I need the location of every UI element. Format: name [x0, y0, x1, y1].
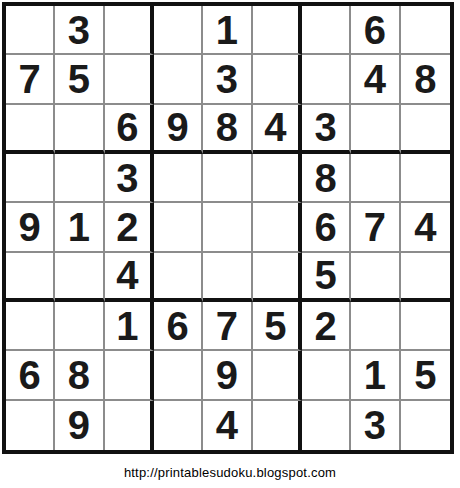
cell-r2c3-empty[interactable] — [105, 55, 154, 104]
cell-r5c5-empty[interactable] — [203, 203, 252, 252]
cell-r1c8-given-6[interactable]: 6 — [351, 6, 400, 55]
cell-r3c8-empty[interactable] — [351, 105, 400, 154]
cell-r9c8-given-3[interactable]: 3 — [351, 401, 400, 450]
cell-r9c9-empty[interactable] — [401, 401, 450, 450]
cell-r6c1-empty[interactable] — [6, 253, 55, 302]
cell-r7c5-given-7[interactable]: 7 — [203, 302, 252, 351]
cell-r9c7-empty[interactable] — [302, 401, 351, 450]
cell-r8c2-given-8[interactable]: 8 — [55, 351, 104, 400]
cell-r9c2-given-9[interactable]: 9 — [55, 401, 104, 450]
sudoku-page: 316753486984338912674451675268915943 htt… — [0, 0, 460, 488]
cell-r3c1-empty[interactable] — [6, 105, 55, 154]
cell-r5c3-given-2[interactable]: 2 — [105, 203, 154, 252]
cell-r8c7-empty[interactable] — [302, 351, 351, 400]
cell-r6c3-given-4[interactable]: 4 — [105, 253, 154, 302]
cell-r1c4-empty[interactable] — [154, 6, 203, 55]
cell-r1c1-empty[interactable] — [6, 6, 55, 55]
cell-r6c4-empty[interactable] — [154, 253, 203, 302]
cell-r3c3-given-6[interactable]: 6 — [105, 105, 154, 154]
cell-r1c9-empty[interactable] — [401, 6, 450, 55]
cell-r9c3-empty[interactable] — [105, 401, 154, 450]
cell-r7c8-empty[interactable] — [351, 302, 400, 351]
sudoku-board: 316753486984338912674451675268915943 — [2, 2, 454, 454]
cell-r8c4-empty[interactable] — [154, 351, 203, 400]
cell-r8c5-given-9[interactable]: 9 — [203, 351, 252, 400]
cell-r4c7-given-8[interactable]: 8 — [302, 154, 351, 203]
cell-r2c9-given-8[interactable]: 8 — [401, 55, 450, 104]
cell-r7c4-given-6[interactable]: 6 — [154, 302, 203, 351]
cell-r1c2-given-3[interactable]: 3 — [55, 6, 104, 55]
cell-r6c6-empty[interactable] — [253, 253, 302, 302]
cell-r5c4-empty[interactable] — [154, 203, 203, 252]
cell-r8c8-given-1[interactable]: 1 — [351, 351, 400, 400]
cell-r8c3-empty[interactable] — [105, 351, 154, 400]
cell-r7c1-empty[interactable] — [6, 302, 55, 351]
cell-r2c4-empty[interactable] — [154, 55, 203, 104]
cell-r3c9-empty[interactable] — [401, 105, 450, 154]
cell-r4c2-empty[interactable] — [55, 154, 104, 203]
cell-r2c5-given-3[interactable]: 3 — [203, 55, 252, 104]
cell-r1c7-empty[interactable] — [302, 6, 351, 55]
cell-r8c9-given-5[interactable]: 5 — [401, 351, 450, 400]
cell-r1c6-empty[interactable] — [253, 6, 302, 55]
cell-r6c2-empty[interactable] — [55, 253, 104, 302]
cell-r1c3-empty[interactable] — [105, 6, 154, 55]
cell-r3c2-empty[interactable] — [55, 105, 104, 154]
cell-r3c7-given-3[interactable]: 3 — [302, 105, 351, 154]
cell-r5c6-empty[interactable] — [253, 203, 302, 252]
cell-r9c1-empty[interactable] — [6, 401, 55, 450]
cell-r4c3-given-3[interactable]: 3 — [105, 154, 154, 203]
source-url[interactable]: http://printablesudoku.blogspot.com — [2, 465, 458, 480]
cell-r3c6-given-4[interactable]: 4 — [253, 105, 302, 154]
cell-r5c2-given-1[interactable]: 1 — [55, 203, 104, 252]
cell-r2c6-empty[interactable] — [253, 55, 302, 104]
cell-r4c6-empty[interactable] — [253, 154, 302, 203]
cell-r5c8-given-7[interactable]: 7 — [351, 203, 400, 252]
cell-r5c1-given-9[interactable]: 9 — [6, 203, 55, 252]
cell-r6c9-empty[interactable] — [401, 253, 450, 302]
cell-r4c4-empty[interactable] — [154, 154, 203, 203]
cell-r6c7-given-5[interactable]: 5 — [302, 253, 351, 302]
cell-r7c2-empty[interactable] — [55, 302, 104, 351]
cell-r4c1-empty[interactable] — [6, 154, 55, 203]
cell-r9c6-empty[interactable] — [253, 401, 302, 450]
cell-r1c5-given-1[interactable]: 1 — [203, 6, 252, 55]
cell-r9c5-given-4[interactable]: 4 — [203, 401, 252, 450]
cell-r4c9-empty[interactable] — [401, 154, 450, 203]
cell-r3c4-given-9[interactable]: 9 — [154, 105, 203, 154]
cell-r7c7-given-2[interactable]: 2 — [302, 302, 351, 351]
cell-r2c1-given-7[interactable]: 7 — [6, 55, 55, 104]
cell-r9c4-empty[interactable] — [154, 401, 203, 450]
cell-r4c8-empty[interactable] — [351, 154, 400, 203]
cell-r2c8-given-4[interactable]: 4 — [351, 55, 400, 104]
cell-r2c2-given-5[interactable]: 5 — [55, 55, 104, 104]
cell-r5c7-given-6[interactable]: 6 — [302, 203, 351, 252]
cell-r7c6-given-5[interactable]: 5 — [253, 302, 302, 351]
cell-r4c5-empty[interactable] — [203, 154, 252, 203]
cell-r7c9-empty[interactable] — [401, 302, 450, 351]
cell-r2c7-empty[interactable] — [302, 55, 351, 104]
cell-r8c1-given-6[interactable]: 6 — [6, 351, 55, 400]
cell-r3c5-given-8[interactable]: 8 — [203, 105, 252, 154]
cell-r6c5-empty[interactable] — [203, 253, 252, 302]
cell-r6c8-empty[interactable] — [351, 253, 400, 302]
cell-r8c6-empty[interactable] — [253, 351, 302, 400]
cell-r5c9-given-4[interactable]: 4 — [401, 203, 450, 252]
cell-r7c3-given-1[interactable]: 1 — [105, 302, 154, 351]
